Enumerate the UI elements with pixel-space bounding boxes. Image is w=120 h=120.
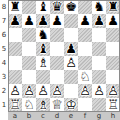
square-f4[interactable] [78,56,92,70]
square-a4[interactable] [8,56,22,70]
file-label-g: g [92,112,106,120]
square-a5[interactable] [8,42,22,56]
piece-black-rook: ♜ [106,0,120,14]
square-h8[interactable]: ♜ [106,0,120,14]
piece-black-pawn: ♟ [106,14,120,28]
square-a6[interactable] [8,28,22,42]
piece-white-pawn: ♙ [106,84,120,98]
square-b1[interactable]: ♘ [22,98,36,112]
rank-label-3: 3 [0,70,8,84]
square-g3[interactable] [92,70,106,84]
square-d2[interactable]: ♙ [50,84,64,98]
square-d1[interactable]: ♕ [50,98,64,112]
square-d3[interactable] [50,70,64,84]
square-e5[interactable]: ♟ [64,42,78,56]
rank-label-1: 1 [0,98,8,112]
square-h1[interactable]: ♖ [106,98,120,112]
piece-white-knight: ♘ [22,98,36,112]
square-a3[interactable] [8,70,22,84]
square-e2[interactable] [64,84,78,98]
square-f2[interactable]: ♙ [78,84,92,98]
piece-white-rook: ♖ [8,98,22,112]
square-h5[interactable] [106,42,120,56]
square-a7[interactable]: ♟ [8,14,22,28]
piece-white-pawn: ♙ [8,84,22,98]
piece-white-bishop: ♗ [36,56,50,70]
piece-black-knight: ♞ [92,0,106,14]
square-e1[interactable]: ♔ [64,98,78,112]
file-label-c: c [36,112,50,120]
piece-white-pawn: ♙ [92,84,106,98]
piece-black-queen: ♛ [50,0,64,14]
square-g5[interactable] [92,42,106,56]
square-d8[interactable]: ♛ [50,0,64,14]
piece-white-pawn: ♙ [78,84,92,98]
board-corner [0,112,8,120]
file-label-h: h [106,112,120,120]
square-b4[interactable] [22,56,36,70]
rank-label-8: 8 [0,0,8,14]
square-g7[interactable]: ♟ [92,14,106,28]
square-c6[interactable]: ♞ [36,28,50,42]
piece-black-pawn: ♟ [36,14,50,28]
square-b7[interactable]: ♟ [22,14,36,28]
square-e8[interactable]: ♚ [64,0,78,14]
piece-black-pawn: ♟ [64,42,78,56]
chess-diagram: 8♜♝♛♚♞♜7♟♟♟♟♟♟♟6♞5♝♟4♗♙3♘2♙♙♙♙♙♙♙1♖♘♗♕♔♖… [0,0,120,120]
square-h2[interactable]: ♙ [106,84,120,98]
piece-white-pawn: ♙ [64,56,78,70]
piece-black-pawn: ♟ [78,14,92,28]
piece-white-rook: ♖ [106,98,120,112]
square-f7[interactable]: ♟ [78,14,92,28]
square-c7[interactable]: ♟ [36,14,50,28]
square-e7[interactable] [64,14,78,28]
rank-label-6: 6 [0,28,8,42]
file-label-d: d [50,112,64,120]
piece-white-pawn: ♙ [50,84,64,98]
square-c5[interactable]: ♝ [36,42,50,56]
square-c1[interactable]: ♗ [36,98,50,112]
square-d5[interactable] [50,42,64,56]
piece-white-pawn: ♙ [22,84,36,98]
piece-white-knight: ♘ [78,70,92,84]
square-c4[interactable]: ♗ [36,56,50,70]
square-h7[interactable]: ♟ [106,14,120,28]
piece-black-pawn: ♟ [8,14,22,28]
rank-label-5: 5 [0,42,8,56]
rank-label-2: 2 [0,84,8,98]
file-label-f: f [78,112,92,120]
square-a1[interactable]: ♖ [8,98,22,112]
square-b8[interactable] [22,0,36,14]
square-h6[interactable] [106,28,120,42]
piece-white-pawn: ♙ [36,84,50,98]
piece-black-rook: ♜ [8,0,22,14]
piece-black-king: ♚ [64,0,78,14]
square-d6[interactable] [50,28,64,42]
square-b6[interactable] [22,28,36,42]
square-c8[interactable]: ♝ [36,0,50,14]
square-g2[interactable]: ♙ [92,84,106,98]
square-d7[interactable]: ♟ [50,14,64,28]
square-h3[interactable] [106,70,120,84]
square-g8[interactable]: ♞ [92,0,106,14]
square-f6[interactable] [78,28,92,42]
square-d4[interactable] [50,56,64,70]
rank-label-7: 7 [0,14,8,28]
square-g4[interactable] [92,56,106,70]
piece-white-queen: ♕ [50,98,64,112]
piece-white-king: ♔ [64,98,78,112]
square-g1[interactable] [92,98,106,112]
rank-label-4: 4 [0,56,8,70]
square-b2[interactable]: ♙ [22,84,36,98]
square-c2[interactable]: ♙ [36,84,50,98]
piece-black-bishop: ♝ [36,0,50,14]
piece-black-knight: ♞ [36,28,50,42]
file-label-e: e [64,112,78,120]
square-e3[interactable] [64,70,78,84]
square-e4[interactable]: ♙ [64,56,78,70]
square-f5[interactable] [78,42,92,56]
square-e6[interactable] [64,28,78,42]
square-a2[interactable]: ♙ [8,84,22,98]
piece-black-pawn: ♟ [22,14,36,28]
square-a8[interactable]: ♜ [8,0,22,14]
square-b5[interactable] [22,42,36,56]
square-f3[interactable]: ♘ [78,70,92,84]
square-h4[interactable] [106,56,120,70]
file-label-b: b [22,112,36,120]
piece-black-bishop: ♝ [36,42,50,56]
piece-black-pawn: ♟ [92,14,106,28]
piece-black-pawn: ♟ [50,14,64,28]
square-f8[interactable] [78,0,92,14]
square-f1[interactable] [78,98,92,112]
square-g6[interactable] [92,28,106,42]
square-c3[interactable] [36,70,50,84]
square-b3[interactable] [22,70,36,84]
file-label-a: a [8,112,22,120]
piece-white-bishop: ♗ [36,98,50,112]
